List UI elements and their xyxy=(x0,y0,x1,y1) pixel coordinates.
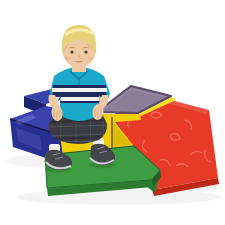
left-eye xyxy=(70,50,73,53)
shadow-main xyxy=(16,189,220,205)
shirt-chest-band xyxy=(52,85,107,103)
nose xyxy=(78,56,81,58)
right-cheek xyxy=(87,56,93,60)
right-eye xyxy=(84,50,87,53)
product-photo xyxy=(0,0,225,225)
soft-play-scene xyxy=(0,0,225,225)
chest-stripe-1 xyxy=(52,88,107,92)
left-cheek xyxy=(65,56,71,60)
